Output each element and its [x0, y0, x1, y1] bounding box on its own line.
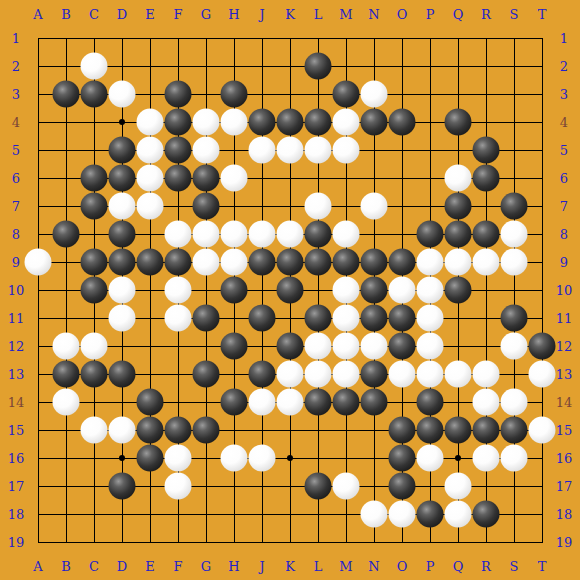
intersection-O14[interactable] [388, 388, 416, 416]
intersection-N14[interactable] [360, 388, 388, 416]
intersection-M18[interactable] [332, 500, 360, 528]
intersection-C2[interactable] [80, 52, 108, 80]
intersection-J2[interactable] [248, 52, 276, 80]
intersection-D6[interactable] [108, 164, 136, 192]
intersection-D12[interactable] [108, 332, 136, 360]
intersection-D2[interactable] [108, 52, 136, 80]
intersection-H8[interactable] [220, 220, 248, 248]
intersection-E12[interactable] [136, 332, 164, 360]
intersection-K15[interactable] [276, 416, 304, 444]
intersection-H16[interactable] [220, 444, 248, 472]
intersection-G1[interactable] [192, 24, 220, 52]
intersection-C8[interactable] [80, 220, 108, 248]
intersection-G12[interactable] [192, 332, 220, 360]
intersection-S6[interactable] [500, 164, 528, 192]
intersection-H18[interactable] [220, 500, 248, 528]
intersection-D1[interactable] [108, 24, 136, 52]
intersection-D11[interactable] [108, 304, 136, 332]
intersection-Q7[interactable] [444, 192, 472, 220]
intersection-J6[interactable] [248, 164, 276, 192]
intersection-A16[interactable] [24, 444, 52, 472]
intersection-L13[interactable] [304, 360, 332, 388]
intersection-N11[interactable] [360, 304, 388, 332]
intersection-D19[interactable] [108, 528, 136, 556]
intersection-T10[interactable] [528, 276, 556, 304]
intersection-B16[interactable] [52, 444, 80, 472]
intersection-N5[interactable] [360, 136, 388, 164]
intersection-B11[interactable] [52, 304, 80, 332]
intersection-M11[interactable] [332, 304, 360, 332]
intersection-B8[interactable] [52, 220, 80, 248]
intersection-K17[interactable] [276, 472, 304, 500]
intersection-M7[interactable] [332, 192, 360, 220]
intersection-O17[interactable] [388, 472, 416, 500]
intersection-P2[interactable] [416, 52, 444, 80]
intersection-G6[interactable] [192, 164, 220, 192]
intersection-C7[interactable] [80, 192, 108, 220]
intersection-B7[interactable] [52, 192, 80, 220]
intersection-Q19[interactable] [444, 528, 472, 556]
intersection-J5[interactable] [248, 136, 276, 164]
intersection-T18[interactable] [528, 500, 556, 528]
intersection-O2[interactable] [388, 52, 416, 80]
intersection-R11[interactable] [472, 304, 500, 332]
intersection-S3[interactable] [500, 80, 528, 108]
intersection-M12[interactable] [332, 332, 360, 360]
intersection-J8[interactable] [248, 220, 276, 248]
intersection-F6[interactable] [164, 164, 192, 192]
intersection-Q18[interactable] [444, 500, 472, 528]
intersection-S17[interactable] [500, 472, 528, 500]
intersection-B2[interactable] [52, 52, 80, 80]
intersection-T9[interactable] [528, 248, 556, 276]
intersection-E8[interactable] [136, 220, 164, 248]
intersection-G4[interactable] [192, 108, 220, 136]
intersection-O11[interactable] [388, 304, 416, 332]
intersection-K4[interactable] [276, 108, 304, 136]
intersection-Q8[interactable] [444, 220, 472, 248]
intersection-Q16[interactable] [444, 444, 472, 472]
intersection-C3[interactable] [80, 80, 108, 108]
intersection-F18[interactable] [164, 500, 192, 528]
intersection-P19[interactable] [416, 528, 444, 556]
intersection-M6[interactable] [332, 164, 360, 192]
intersection-R17[interactable] [472, 472, 500, 500]
intersection-T7[interactable] [528, 192, 556, 220]
intersection-A6[interactable] [24, 164, 52, 192]
intersection-A14[interactable] [24, 388, 52, 416]
intersection-T17[interactable] [528, 472, 556, 500]
intersection-F15[interactable] [164, 416, 192, 444]
intersection-T1[interactable] [528, 24, 556, 52]
intersection-G11[interactable] [192, 304, 220, 332]
intersection-H19[interactable] [220, 528, 248, 556]
intersection-J4[interactable] [248, 108, 276, 136]
intersection-C15[interactable] [80, 416, 108, 444]
intersection-O16[interactable] [388, 444, 416, 472]
intersection-T11[interactable] [528, 304, 556, 332]
intersection-R8[interactable] [472, 220, 500, 248]
intersection-H6[interactable] [220, 164, 248, 192]
intersection-S16[interactable] [500, 444, 528, 472]
intersection-K3[interactable] [276, 80, 304, 108]
intersection-K5[interactable] [276, 136, 304, 164]
intersection-N13[interactable] [360, 360, 388, 388]
intersection-J3[interactable] [248, 80, 276, 108]
intersection-H3[interactable] [220, 80, 248, 108]
intersection-Q5[interactable] [444, 136, 472, 164]
intersection-F14[interactable] [164, 388, 192, 416]
intersection-C16[interactable] [80, 444, 108, 472]
intersection-S4[interactable] [500, 108, 528, 136]
intersection-L3[interactable] [304, 80, 332, 108]
intersection-L14[interactable] [304, 388, 332, 416]
intersection-F3[interactable] [164, 80, 192, 108]
intersection-F8[interactable] [164, 220, 192, 248]
intersection-Q1[interactable] [444, 24, 472, 52]
intersection-G16[interactable] [192, 444, 220, 472]
intersection-E4[interactable] [136, 108, 164, 136]
intersection-S13[interactable] [500, 360, 528, 388]
intersection-D16[interactable] [108, 444, 136, 472]
intersection-C18[interactable] [80, 500, 108, 528]
intersection-S9[interactable] [500, 248, 528, 276]
intersection-O9[interactable] [388, 248, 416, 276]
intersection-R2[interactable] [472, 52, 500, 80]
intersection-N7[interactable] [360, 192, 388, 220]
intersection-O4[interactable] [388, 108, 416, 136]
intersection-T4[interactable] [528, 108, 556, 136]
intersection-L2[interactable] [304, 52, 332, 80]
intersection-Q9[interactable] [444, 248, 472, 276]
intersection-R18[interactable] [472, 500, 500, 528]
intersection-D5[interactable] [108, 136, 136, 164]
intersection-A17[interactable] [24, 472, 52, 500]
intersection-H7[interactable] [220, 192, 248, 220]
intersection-R6[interactable] [472, 164, 500, 192]
intersection-C19[interactable] [80, 528, 108, 556]
intersection-R10[interactable] [472, 276, 500, 304]
intersection-P11[interactable] [416, 304, 444, 332]
intersection-A3[interactable] [24, 80, 52, 108]
intersection-L9[interactable] [304, 248, 332, 276]
intersection-Q2[interactable] [444, 52, 472, 80]
intersection-G5[interactable] [192, 136, 220, 164]
intersection-O3[interactable] [388, 80, 416, 108]
intersection-D9[interactable] [108, 248, 136, 276]
intersection-A5[interactable] [24, 136, 52, 164]
intersection-O13[interactable] [388, 360, 416, 388]
intersection-E14[interactable] [136, 388, 164, 416]
intersection-E1[interactable] [136, 24, 164, 52]
intersection-M9[interactable] [332, 248, 360, 276]
intersection-H15[interactable] [220, 416, 248, 444]
intersection-M15[interactable] [332, 416, 360, 444]
intersection-N18[interactable] [360, 500, 388, 528]
intersection-N3[interactable] [360, 80, 388, 108]
intersection-O18[interactable] [388, 500, 416, 528]
intersection-D10[interactable] [108, 276, 136, 304]
intersection-M19[interactable] [332, 528, 360, 556]
intersection-F12[interactable] [164, 332, 192, 360]
intersection-B17[interactable] [52, 472, 80, 500]
intersection-O8[interactable] [388, 220, 416, 248]
intersection-N2[interactable] [360, 52, 388, 80]
intersection-D14[interactable] [108, 388, 136, 416]
intersection-P4[interactable] [416, 108, 444, 136]
intersection-O5[interactable] [388, 136, 416, 164]
intersection-B19[interactable] [52, 528, 80, 556]
intersection-N1[interactable] [360, 24, 388, 52]
intersection-G13[interactable] [192, 360, 220, 388]
intersection-A4[interactable] [24, 108, 52, 136]
intersection-G9[interactable] [192, 248, 220, 276]
intersection-G3[interactable] [192, 80, 220, 108]
intersection-T5[interactable] [528, 136, 556, 164]
intersection-S2[interactable] [500, 52, 528, 80]
intersection-D4[interactable] [108, 108, 136, 136]
intersection-J15[interactable] [248, 416, 276, 444]
intersection-A10[interactable] [24, 276, 52, 304]
intersection-P3[interactable] [416, 80, 444, 108]
intersection-S5[interactable] [500, 136, 528, 164]
intersection-F7[interactable] [164, 192, 192, 220]
intersection-H13[interactable] [220, 360, 248, 388]
intersection-F19[interactable] [164, 528, 192, 556]
intersection-T3[interactable] [528, 80, 556, 108]
intersection-Q17[interactable] [444, 472, 472, 500]
intersection-H2[interactable] [220, 52, 248, 80]
intersection-B5[interactable] [52, 136, 80, 164]
intersection-K7[interactable] [276, 192, 304, 220]
intersection-L8[interactable] [304, 220, 332, 248]
intersection-G15[interactable] [192, 416, 220, 444]
intersection-J16[interactable] [248, 444, 276, 472]
intersection-R3[interactable] [472, 80, 500, 108]
intersection-T16[interactable] [528, 444, 556, 472]
intersection-E19[interactable] [136, 528, 164, 556]
intersection-E16[interactable] [136, 444, 164, 472]
intersection-K12[interactable] [276, 332, 304, 360]
intersection-F11[interactable] [164, 304, 192, 332]
intersection-M2[interactable] [332, 52, 360, 80]
intersection-D15[interactable] [108, 416, 136, 444]
intersection-L16[interactable] [304, 444, 332, 472]
intersection-T12[interactable] [528, 332, 556, 360]
intersection-M4[interactable] [332, 108, 360, 136]
intersection-B18[interactable] [52, 500, 80, 528]
intersection-A19[interactable] [24, 528, 52, 556]
intersection-K18[interactable] [276, 500, 304, 528]
intersection-E2[interactable] [136, 52, 164, 80]
intersection-N6[interactable] [360, 164, 388, 192]
intersection-K10[interactable] [276, 276, 304, 304]
intersection-R14[interactable] [472, 388, 500, 416]
intersection-K14[interactable] [276, 388, 304, 416]
intersection-T13[interactable] [528, 360, 556, 388]
intersection-J19[interactable] [248, 528, 276, 556]
intersection-B10[interactable] [52, 276, 80, 304]
intersection-H9[interactable] [220, 248, 248, 276]
intersection-P9[interactable] [416, 248, 444, 276]
intersection-L10[interactable] [304, 276, 332, 304]
intersection-E10[interactable] [136, 276, 164, 304]
intersection-D7[interactable] [108, 192, 136, 220]
intersection-E15[interactable] [136, 416, 164, 444]
intersection-P15[interactable] [416, 416, 444, 444]
intersection-A8[interactable] [24, 220, 52, 248]
intersection-N4[interactable] [360, 108, 388, 136]
intersection-K1[interactable] [276, 24, 304, 52]
intersection-B3[interactable] [52, 80, 80, 108]
intersection-N10[interactable] [360, 276, 388, 304]
intersection-S7[interactable] [500, 192, 528, 220]
intersection-K6[interactable] [276, 164, 304, 192]
intersection-O7[interactable] [388, 192, 416, 220]
intersection-D3[interactable] [108, 80, 136, 108]
intersection-S8[interactable] [500, 220, 528, 248]
intersection-O1[interactable] [388, 24, 416, 52]
intersection-F13[interactable] [164, 360, 192, 388]
intersection-N8[interactable] [360, 220, 388, 248]
intersection-P12[interactable] [416, 332, 444, 360]
intersection-K11[interactable] [276, 304, 304, 332]
intersection-A11[interactable] [24, 304, 52, 332]
intersection-J18[interactable] [248, 500, 276, 528]
intersection-R5[interactable] [472, 136, 500, 164]
intersection-R9[interactable] [472, 248, 500, 276]
intersection-F1[interactable] [164, 24, 192, 52]
intersection-E9[interactable] [136, 248, 164, 276]
intersection-Q15[interactable] [444, 416, 472, 444]
intersection-N19[interactable] [360, 528, 388, 556]
intersection-O19[interactable] [388, 528, 416, 556]
intersection-E11[interactable] [136, 304, 164, 332]
intersection-A18[interactable] [24, 500, 52, 528]
intersection-C9[interactable] [80, 248, 108, 276]
intersection-K2[interactable] [276, 52, 304, 80]
intersection-P10[interactable] [416, 276, 444, 304]
intersection-H14[interactable] [220, 388, 248, 416]
intersection-J7[interactable] [248, 192, 276, 220]
intersection-B14[interactable] [52, 388, 80, 416]
intersection-D8[interactable] [108, 220, 136, 248]
intersection-H12[interactable] [220, 332, 248, 360]
intersection-N17[interactable] [360, 472, 388, 500]
intersection-F9[interactable] [164, 248, 192, 276]
intersection-J17[interactable] [248, 472, 276, 500]
intersection-S19[interactable] [500, 528, 528, 556]
intersection-J10[interactable] [248, 276, 276, 304]
intersection-J11[interactable] [248, 304, 276, 332]
intersection-A2[interactable] [24, 52, 52, 80]
intersection-J1[interactable] [248, 24, 276, 52]
intersection-O10[interactable] [388, 276, 416, 304]
intersection-F10[interactable] [164, 276, 192, 304]
intersection-J13[interactable] [248, 360, 276, 388]
intersection-M10[interactable] [332, 276, 360, 304]
intersection-T14[interactable] [528, 388, 556, 416]
intersection-B12[interactable] [52, 332, 80, 360]
intersection-E7[interactable] [136, 192, 164, 220]
intersection-L18[interactable] [304, 500, 332, 528]
intersection-B1[interactable] [52, 24, 80, 52]
intersection-P8[interactable] [416, 220, 444, 248]
intersection-H4[interactable] [220, 108, 248, 136]
intersection-C6[interactable] [80, 164, 108, 192]
intersection-B4[interactable] [52, 108, 80, 136]
intersection-M17[interactable] [332, 472, 360, 500]
intersection-L12[interactable] [304, 332, 332, 360]
intersection-E13[interactable] [136, 360, 164, 388]
intersection-N15[interactable] [360, 416, 388, 444]
intersection-H5[interactable] [220, 136, 248, 164]
intersection-P16[interactable] [416, 444, 444, 472]
intersection-R12[interactable] [472, 332, 500, 360]
intersection-G8[interactable] [192, 220, 220, 248]
intersection-P1[interactable] [416, 24, 444, 52]
intersection-M5[interactable] [332, 136, 360, 164]
intersection-E5[interactable] [136, 136, 164, 164]
intersection-Q6[interactable] [444, 164, 472, 192]
intersection-R16[interactable] [472, 444, 500, 472]
intersection-D17[interactable] [108, 472, 136, 500]
intersection-L19[interactable] [304, 528, 332, 556]
intersection-R13[interactable] [472, 360, 500, 388]
intersection-L15[interactable] [304, 416, 332, 444]
intersection-G17[interactable] [192, 472, 220, 500]
intersection-C13[interactable] [80, 360, 108, 388]
intersection-H17[interactable] [220, 472, 248, 500]
intersection-F2[interactable] [164, 52, 192, 80]
intersection-T19[interactable] [528, 528, 556, 556]
intersection-C14[interactable] [80, 388, 108, 416]
intersection-L6[interactable] [304, 164, 332, 192]
intersection-S11[interactable] [500, 304, 528, 332]
intersection-Q11[interactable] [444, 304, 472, 332]
intersection-G14[interactable] [192, 388, 220, 416]
intersection-C12[interactable] [80, 332, 108, 360]
intersection-J12[interactable] [248, 332, 276, 360]
intersection-J9[interactable] [248, 248, 276, 276]
intersection-F4[interactable] [164, 108, 192, 136]
intersection-P7[interactable] [416, 192, 444, 220]
intersection-E17[interactable] [136, 472, 164, 500]
intersection-L11[interactable] [304, 304, 332, 332]
intersection-Q13[interactable] [444, 360, 472, 388]
intersection-A7[interactable] [24, 192, 52, 220]
intersection-P18[interactable] [416, 500, 444, 528]
intersection-Q3[interactable] [444, 80, 472, 108]
intersection-C11[interactable] [80, 304, 108, 332]
intersection-M8[interactable] [332, 220, 360, 248]
intersection-C10[interactable] [80, 276, 108, 304]
intersection-R19[interactable] [472, 528, 500, 556]
intersection-D18[interactable] [108, 500, 136, 528]
intersection-P14[interactable] [416, 388, 444, 416]
intersection-G18[interactable] [192, 500, 220, 528]
intersection-P17[interactable] [416, 472, 444, 500]
intersection-M3[interactable] [332, 80, 360, 108]
intersection-A13[interactable] [24, 360, 52, 388]
intersection-S1[interactable] [500, 24, 528, 52]
intersection-E3[interactable] [136, 80, 164, 108]
intersection-F5[interactable] [164, 136, 192, 164]
intersection-C4[interactable] [80, 108, 108, 136]
intersection-M16[interactable] [332, 444, 360, 472]
intersection-P5[interactable] [416, 136, 444, 164]
intersection-S12[interactable] [500, 332, 528, 360]
